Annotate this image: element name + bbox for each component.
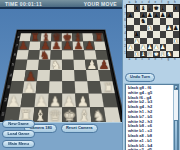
new-game-button[interactable]: New Game (2, 120, 35, 129)
white-pawn[interactable]: ♟ (86, 59, 98, 71)
board-3d-panel: TIME 00:01:11 YOUR MOVE ♜♝♛♚♝♜♟♟♟♟♟♟♞♞♟♟… (0, 0, 122, 150)
side-panel: abcdefgh 87654321 ♜♝♛♚♝♜♟♟♟♟♟♟♞♞♟♟♟♟♜♟♟♟… (122, 0, 180, 150)
status-bar: TIME 00:01:11 YOUR MOVE (0, 0, 122, 9)
board-square-c2[interactable]: ♟ (34, 94, 48, 108)
board-square-a7[interactable]: ♟ (18, 41, 30, 50)
board-square-f5[interactable] (73, 60, 86, 70)
move-list[interactable]: black g8 - f6white g4 - g5black f6 - g4w… (125, 84, 179, 150)
board-square-e4[interactable] (62, 70, 75, 81)
board-3d-squares: ♜♝♛♚♝♜♟♟♟♟♟♟♞♞♟♟♟♟♜♟♟♟♟♟♜♝♛♚♝♞ (4, 33, 119, 122)
board-square-c1[interactable]: ♝ (33, 107, 48, 122)
reset-camera-button[interactable]: Reset Camera (61, 124, 98, 133)
black-pawn[interactable]: ♟ (62, 40, 73, 51)
mini-square-h1 (173, 51, 180, 58)
board-square-b3[interactable]: ♟ (22, 81, 36, 93)
game-clock: TIME 00:01:11 (5, 1, 42, 7)
board-3d-scene: ♜♝♛♚♝♜♟♟♟♟♟♟♞♞♟♟♟♟♜♟♟♟♟♟♜♝♛♚♝♞ ABCDEFGH … (2, 12, 120, 122)
black-rook[interactable]: ♜ (94, 32, 105, 43)
board-square-d7[interactable]: ♟ (51, 41, 62, 50)
board-square-f3[interactable] (75, 81, 89, 93)
board-square-f1[interactable]: ♝ (76, 107, 91, 122)
board-square-h2[interactable] (102, 94, 118, 108)
board-square-g1[interactable]: ♞ (90, 107, 106, 122)
board-square-a6[interactable] (16, 50, 29, 59)
menu-buttons: New Game Load Game Main Menu (2, 120, 35, 149)
board-square-f2[interactable]: ♟ (75, 94, 90, 108)
black-pawn[interactable]: ♟ (51, 40, 62, 51)
black-pawn[interactable]: ♟ (98, 59, 110, 71)
board-square-d3[interactable] (49, 81, 62, 93)
white-pawn[interactable]: ♟ (48, 94, 62, 108)
black-pawn[interactable]: ♟ (84, 40, 95, 51)
black-knight[interactable]: ♞ (39, 49, 51, 61)
scrollbar-thumb[interactable] (174, 120, 178, 150)
board-square-a2[interactable]: ♟ (7, 94, 23, 108)
black-pawn[interactable]: ♟ (73, 40, 84, 51)
mini-file-label: h (172, 58, 179, 61)
board-square-d2[interactable]: ♟ (48, 94, 62, 108)
board-square-e2[interactable]: ♟ (62, 94, 76, 108)
board-square-h3[interactable]: ♜ (100, 81, 115, 93)
turn-status-label: YOUR MOVE (84, 1, 117, 7)
white-pawn[interactable]: ♟ (76, 94, 90, 108)
board-square-e3[interactable] (62, 81, 75, 93)
white-knight[interactable]: ♞ (50, 59, 62, 71)
board-square-e6[interactable] (62, 50, 74, 59)
board-square-d1[interactable]: ♛ (48, 107, 63, 122)
move-list-rows: black g8 - f6white g4 - g5black f6 - g4w… (126, 86, 172, 150)
board-square-e7[interactable]: ♟ (62, 41, 73, 50)
board-square-h5[interactable]: ♟ (97, 60, 111, 70)
board-square-d5[interactable]: ♞ (50, 60, 62, 70)
chess-app-window: TIME 00:01:11 YOUR MOVE ♜♝♛♚♝♜♟♟♟♟♟♟♞♞♟♟… (0, 0, 180, 150)
undo-turn-button[interactable]: Undo Turn (125, 73, 155, 82)
board-square-e5[interactable] (62, 60, 74, 70)
mini-board: ♜♝♛♚♝♜♟♟♟♟♟♟♞♞♟♟♟♟♜♟♟♟♟♟♜♝♛♚♝♞ (126, 4, 180, 58)
white-rook[interactable]: ♜ (102, 82, 115, 95)
white-pawn[interactable]: ♟ (34, 94, 48, 108)
white-pawn[interactable]: ♟ (23, 82, 36, 95)
board-square-c3[interactable] (36, 81, 50, 93)
black-pawn[interactable]: ♟ (18, 40, 29, 51)
white-pawn[interactable]: ♟ (62, 94, 76, 108)
board-square-f7[interactable]: ♟ (73, 41, 85, 50)
board-square-b6[interactable] (27, 50, 39, 59)
mini-file-labels-bottom: abcdefgh (126, 58, 180, 61)
board-square-b2[interactable] (21, 94, 36, 108)
mini-board-wrap: abcdefgh 87654321 ♜♝♛♚♝♜♟♟♟♟♟♟♞♞♟♟♟♟♜♟♟♟… (124, 1, 180, 61)
board-square-c4[interactable] (37, 70, 50, 81)
board-square-g7[interactable]: ♟ (83, 41, 95, 50)
board-square-h7[interactable] (94, 41, 106, 50)
board-square-c5[interactable] (38, 60, 51, 70)
scroll-up-icon[interactable]: ▲ (174, 85, 178, 90)
white-pawn[interactable]: ♟ (7, 94, 21, 108)
move-list-scrollbar[interactable]: ▲ (173, 85, 178, 150)
board-square-d4[interactable] (49, 70, 62, 81)
board-square-g4[interactable] (86, 70, 100, 81)
load-game-button[interactable]: Load Game (2, 130, 35, 139)
board-square-g5[interactable]: ♟ (85, 60, 98, 70)
board-square-f4[interactable] (74, 70, 87, 81)
board-3d[interactable]: ♜♝♛♚♝♜♟♟♟♟♟♟♞♞♟♟♟♟♜♟♟♟♟♟♜♝♛♚♝♞ ABCDEFGH … (0, 30, 122, 126)
board-square-e1[interactable]: ♚ (62, 107, 77, 122)
main-menu-button[interactable]: Main Menu (2, 140, 35, 149)
move-list-row: white c3 - d5 (126, 148, 172, 150)
